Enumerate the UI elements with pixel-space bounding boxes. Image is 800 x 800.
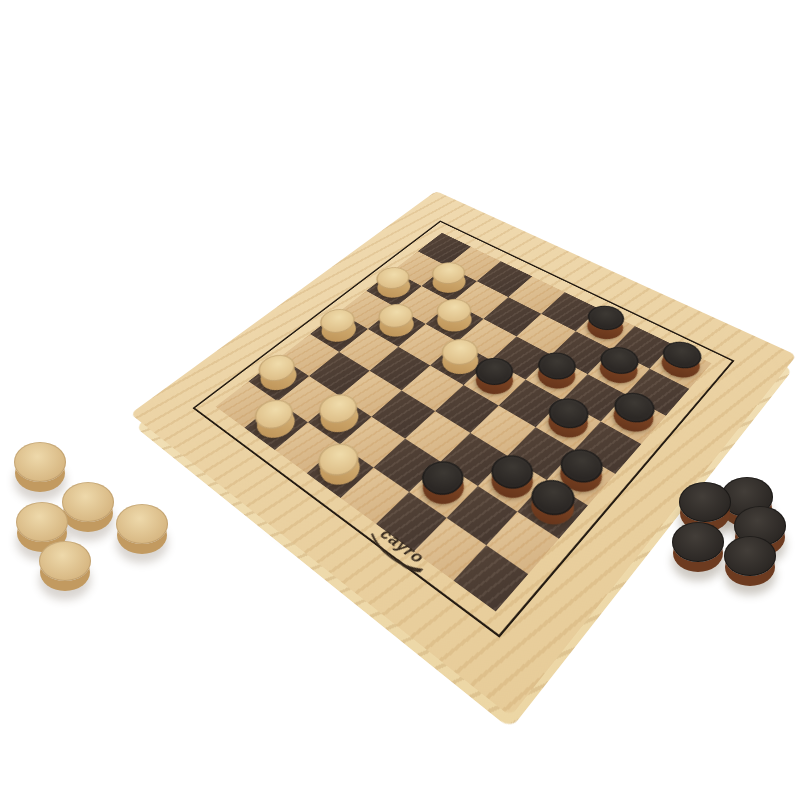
loose-light-checker-3[interactable]: [16, 502, 68, 542]
loose-dark-checker-5[interactable]: [724, 536, 776, 576]
pieces-layer: [216, 232, 712, 611]
loose-light-checker-4[interactable]: [116, 504, 168, 544]
dark-checker-r3c4[interactable]: [468, 363, 520, 401]
dark-checker-r1c6[interactable]: [592, 352, 644, 390]
dark-checker-r3c6[interactable]: [541, 403, 596, 445]
dark-checker-r6c5[interactable]: [415, 465, 473, 512]
light-checker-r3c1[interactable]: [372, 310, 421, 343]
loose-light-checker-5[interactable]: [39, 541, 91, 581]
checkers-board: cayro: [130, 191, 796, 717]
loose-dark-checker-4[interactable]: [672, 522, 724, 562]
product-photo-stage: cayro: [0, 0, 800, 800]
loose-light-checker-2[interactable]: [62, 482, 114, 522]
light-checker-r2c0[interactable]: [371, 273, 417, 304]
board-surface: cayro: [130, 191, 796, 717]
scene: cayro: [0, 0, 800, 800]
loose-dark-checker-2[interactable]: [679, 482, 731, 522]
dark-checker-r2c5[interactable]: [530, 358, 582, 396]
loose-light-checker-1[interactable]: [14, 442, 66, 482]
